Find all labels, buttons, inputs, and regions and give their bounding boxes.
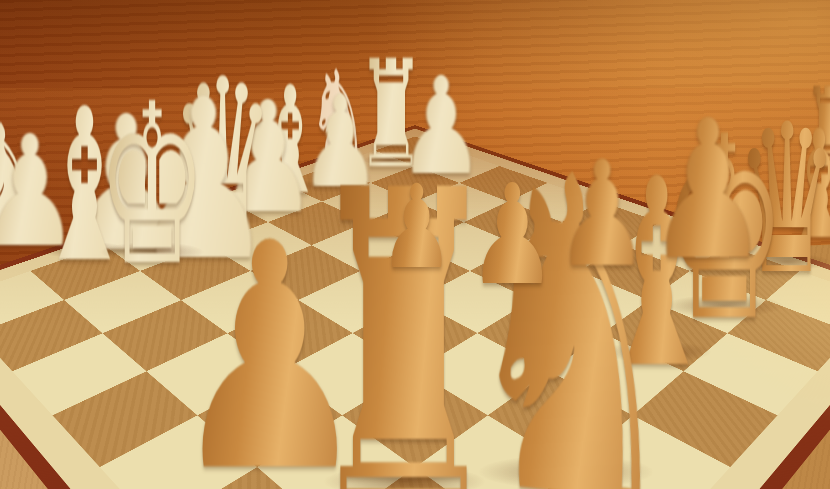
piece-black-pawn-f7[interactable]: ♟ — [462, 166, 562, 304]
chess-photo-scene: ♞♟♝♟♚♟♛♟♝♞♟♜♟♟♜♞♟♟♟♟♝♚♛♝♜ — [0, 0, 830, 489]
piece-black-pawn-d7[interactable]: ♟ — [639, 95, 777, 287]
piece-black-pawn-g7[interactable]: ♟ — [375, 170, 458, 285]
